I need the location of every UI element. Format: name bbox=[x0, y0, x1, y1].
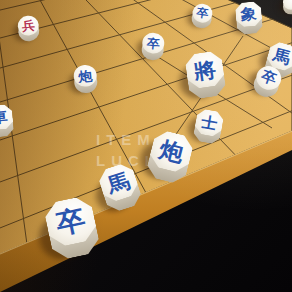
piece-character: 炮 bbox=[157, 138, 186, 166]
piece-character: 象 bbox=[240, 6, 257, 22]
piece-body: 卒 bbox=[190, 3, 213, 30]
piece-body: 兵 bbox=[16, 14, 39, 41]
piece-body: 士 bbox=[192, 107, 224, 144]
piece-body: 卒 bbox=[141, 32, 165, 61]
xiangqi-piece-士[interactable]: 士 bbox=[195, 109, 222, 144]
piece-character: 卒 bbox=[146, 37, 160, 50]
piece-body: 炮 bbox=[72, 63, 97, 93]
pieces-layer: 兵卒象卒炮馬將卒士炮馬卒車 bbox=[0, 0, 292, 292]
xiangqi-piece-卒[interactable]: 卒 bbox=[192, 3, 212, 29]
piece-character: 馬 bbox=[272, 46, 292, 66]
piece-character: 卒 bbox=[196, 7, 209, 20]
piece-body: 馬 bbox=[96, 161, 144, 214]
piece-body: 象 bbox=[235, 1, 264, 35]
xiangqi-piece-馬[interactable]: 馬 bbox=[102, 164, 138, 211]
xiangqi-piece-炮[interactable]: 炮 bbox=[74, 64, 97, 94]
piece-body: 將 bbox=[184, 50, 227, 100]
piece-character: 將 bbox=[192, 58, 217, 82]
xiangqi-piece-車[interactable]: 車 bbox=[0, 104, 13, 138]
piece-character: 卒 bbox=[54, 205, 88, 238]
xiangqi-piece-炮[interactable]: 炮 bbox=[150, 131, 190, 183]
piece-body: 車 bbox=[0, 104, 14, 138]
xiangqi-piece-將[interactable]: 將 bbox=[187, 51, 224, 99]
xiangqi-piece-卒[interactable]: 卒 bbox=[142, 32, 164, 61]
piece-body: 炮 bbox=[145, 128, 196, 185]
xiangqi-piece-卒[interactable]: 卒 bbox=[255, 65, 280, 98]
piece-character: 卒 bbox=[259, 68, 278, 86]
piece-character: 兵 bbox=[21, 19, 35, 32]
piece-body: 卒 bbox=[250, 62, 284, 100]
piece-body: 卒 bbox=[42, 195, 101, 262]
piece-character: 炮 bbox=[77, 68, 92, 82]
xiangqi-product-photo: ITEM LUCKY 兵卒象卒炮馬將卒士炮馬卒車 bbox=[0, 0, 292, 292]
piece-character: 士 bbox=[199, 114, 217, 132]
piece-character: 車 bbox=[0, 109, 8, 125]
xiangqi-piece-卒[interactable]: 卒 bbox=[48, 197, 96, 259]
piece-character: 馬 bbox=[105, 169, 132, 195]
xiangqi-piece-partial[interactable] bbox=[283, 0, 292, 15]
xiangqi-piece-象[interactable]: 象 bbox=[236, 1, 262, 35]
piece-body bbox=[283, 0, 292, 14]
xiangqi-piece-兵[interactable]: 兵 bbox=[18, 15, 39, 42]
